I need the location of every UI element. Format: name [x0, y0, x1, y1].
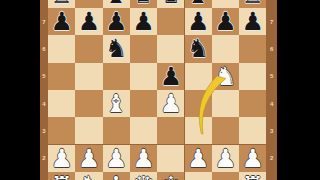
square-h5[interactable]	[239, 63, 266, 90]
rank-labels-right: 765432	[266, 0, 277, 180]
piece-white-king-e1[interactable]: ♚	[157, 172, 184, 180]
square-a6[interactable]	[48, 35, 75, 62]
square-b4[interactable]	[75, 90, 102, 117]
square-a5[interactable]	[48, 63, 75, 90]
square-b6[interactable]	[75, 35, 102, 62]
piece-black-pawn-g7[interactable]: ♟	[212, 8, 239, 35]
piece-white-pawn-a2[interactable]: ♟	[48, 145, 75, 172]
piece-white-pawn-g2[interactable]: ♟	[212, 145, 239, 172]
square-b3[interactable]	[75, 117, 102, 144]
rank-labels-left: 765432	[40, 0, 48, 180]
piece-white-pawn-b2[interactable]: ♟	[75, 145, 102, 172]
square-c3[interactable]	[103, 117, 130, 144]
piece-white-bishop-c4[interactable]: ♝	[103, 90, 130, 117]
square-d6[interactable]	[130, 35, 157, 62]
square-g6[interactable]	[212, 35, 239, 62]
square-g3[interactable]	[212, 117, 239, 144]
rank-label-4: 4	[40, 100, 48, 108]
piece-white-pawn-f2[interactable]: ♟	[185, 145, 212, 172]
rank-label-3: 3	[40, 127, 48, 135]
square-g4[interactable]	[212, 90, 239, 117]
square-h3[interactable]	[239, 117, 266, 144]
square-f5[interactable]	[185, 63, 212, 90]
piece-white-pawn-e4[interactable]: ♟	[157, 90, 184, 117]
rank-label-2: 2	[266, 154, 277, 162]
piece-black-pawn-h7[interactable]: ♟	[239, 8, 266, 35]
square-e2[interactable]	[157, 145, 184, 172]
square-h4[interactable]	[239, 90, 266, 117]
square-e7[interactable]	[157, 8, 184, 35]
piece-black-pawn-f7[interactable]: ♟	[185, 8, 212, 35]
piece-white-queen-d1[interactable]: ♛	[130, 172, 157, 180]
square-b5[interactable]	[75, 63, 102, 90]
square-d4[interactable]	[130, 90, 157, 117]
piece-black-pawn-b7[interactable]: ♟	[75, 8, 102, 35]
rank-label-7: 7	[40, 18, 48, 26]
square-e3[interactable]	[157, 117, 184, 144]
square-c5[interactable]	[103, 63, 130, 90]
piece-black-knight-c6[interactable]: ♞	[103, 35, 130, 62]
rank-label-7: 7	[266, 18, 277, 26]
piece-white-pawn-c2[interactable]: ♟	[103, 145, 130, 172]
rank-label-6: 6	[266, 45, 277, 53]
rank-label-4: 4	[266, 100, 277, 108]
piece-white-knight-b1[interactable]: ♞	[75, 172, 102, 180]
piece-black-pawn-c7[interactable]: ♟	[103, 8, 130, 35]
screenshot-root: 765432 765432 ♜♝♛♚♝♜♟♟♟♟♟♟♟♞♞♟♞♝♟♟♟♟♟♟♟♟…	[0, 0, 320, 180]
square-f4[interactable]	[185, 90, 212, 117]
piece-black-pawn-a7[interactable]: ♟	[48, 8, 75, 35]
square-h6[interactable]	[239, 35, 266, 62]
piece-white-pawn-h2[interactable]: ♟	[239, 145, 266, 172]
square-f3[interactable]	[185, 117, 212, 144]
rank-label-2: 2	[40, 154, 48, 162]
piece-white-pawn-d2[interactable]: ♟	[130, 145, 157, 172]
rank-label-5: 5	[266, 72, 277, 80]
square-a4[interactable]	[48, 90, 75, 117]
piece-white-bishop-c1[interactable]: ♝	[103, 172, 130, 180]
square-g1[interactable]	[212, 172, 239, 180]
rank-label-3: 3	[266, 127, 277, 135]
piece-white-rook-a1[interactable]: ♜	[48, 172, 75, 180]
square-d3[interactable]	[130, 117, 157, 144]
piece-white-rook-h1[interactable]: ♜	[239, 172, 266, 180]
square-a3[interactable]	[48, 117, 75, 144]
piece-black-pawn-e5[interactable]: ♟	[157, 63, 184, 90]
piece-black-king-e8[interactable]: ♚	[157, 0, 184, 8]
rank-label-5: 5	[40, 72, 48, 80]
piece-black-knight-f6[interactable]: ♞	[185, 35, 212, 62]
piece-black-pawn-d7[interactable]: ♟	[130, 8, 157, 35]
square-e6[interactable]	[157, 35, 184, 62]
rank-label-6: 6	[40, 45, 48, 53]
piece-white-knight-g5[interactable]: ♞	[212, 63, 239, 90]
square-d5[interactable]	[130, 63, 157, 90]
square-f1[interactable]	[185, 172, 212, 180]
